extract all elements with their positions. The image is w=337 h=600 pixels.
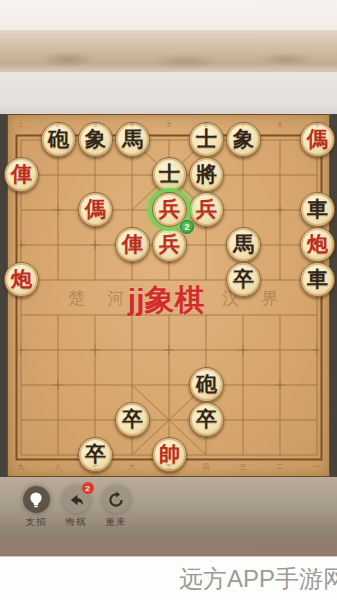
piece-character: 傌 bbox=[85, 192, 106, 227]
piece-character: 兵 bbox=[196, 192, 217, 227]
piece-black-soldier[interactable]: 卒 bbox=[189, 402, 224, 437]
piece-red-horse[interactable]: 傌 bbox=[78, 192, 113, 227]
undo-arrow-icon bbox=[67, 491, 85, 509]
piece-red-cannon[interactable]: 炮 bbox=[300, 227, 335, 262]
piece-red-rook[interactable]: 俥 bbox=[4, 157, 39, 192]
undo-count-badge: 2 bbox=[82, 482, 94, 494]
undo-button[interactable]: 2 悔棋 bbox=[56, 486, 96, 529]
screen: 楚 河 汉 界 jj象棋 砲象馬士象傌俥士將傌兵2兵車俥兵馬炮炮卒車砲卒卒卒帥 … bbox=[0, 0, 337, 600]
toolbar: 支招 2 悔棋 重来 bbox=[0, 477, 337, 556]
file-label-top: 1 bbox=[11, 121, 31, 128]
piece-black-rook[interactable]: 車 bbox=[300, 192, 335, 227]
file-label-bottom: 四 bbox=[196, 462, 216, 472]
piece-character: 俥 bbox=[122, 227, 143, 262]
xiangqi-board[interactable]: 楚 河 汉 界 jj象棋 砲象馬士象傌俥士將傌兵2兵車俥兵馬炮炮卒車砲卒卒卒帥 … bbox=[7, 114, 330, 477]
piece-black-advisor[interactable]: 士 bbox=[152, 157, 187, 192]
file-label-top: 5 bbox=[159, 121, 179, 128]
hint-button[interactable]: 支招 bbox=[16, 486, 56, 529]
piece-character: 馬 bbox=[233, 227, 254, 262]
piece-red-soldier[interactable]: 兵 bbox=[189, 192, 224, 227]
file-label-top: 7 bbox=[233, 121, 253, 128]
footer-strip: 远方APP手游网 bbox=[0, 556, 337, 600]
piece-character: 砲 bbox=[196, 367, 217, 402]
file-label-top: 3 bbox=[85, 121, 105, 128]
piece-black-soldier[interactable]: 卒 bbox=[115, 402, 150, 437]
file-label-bottom: 三 bbox=[233, 462, 253, 472]
top-letterbox bbox=[0, 0, 337, 30]
upper-grey-band bbox=[0, 72, 337, 114]
piece-black-general[interactable]: 將 bbox=[189, 157, 224, 192]
piece-black-cannon[interactable]: 砲 bbox=[189, 367, 224, 402]
piece-character: 車 bbox=[307, 192, 328, 227]
file-label-bottom: 六 bbox=[122, 462, 142, 472]
move-count-badge: 2 bbox=[180, 220, 194, 234]
site-watermark-text: 远方APP手游网 bbox=[179, 563, 337, 595]
piece-character: 車 bbox=[307, 262, 328, 297]
piece-character: 兵 bbox=[159, 192, 180, 227]
piece-black-rook[interactable]: 車 bbox=[300, 262, 335, 297]
piece-character: 卒 bbox=[233, 262, 254, 297]
file-label-top: 6 bbox=[196, 121, 216, 128]
piece-character: 炮 bbox=[11, 262, 32, 297]
file-label-bottom: 九 bbox=[11, 462, 31, 472]
piece-character: 兵 bbox=[159, 227, 180, 262]
restart-button[interactable]: 重来 bbox=[96, 486, 136, 529]
piece-character: 俥 bbox=[11, 157, 32, 192]
blurred-background-band bbox=[0, 30, 337, 72]
hint-label: 支招 bbox=[16, 516, 56, 529]
file-label-top: 4 bbox=[122, 121, 142, 128]
piece-character: 士 bbox=[159, 157, 180, 192]
piece-red-rook[interactable]: 俥 bbox=[115, 227, 150, 262]
piece-red-cannon[interactable]: 炮 bbox=[4, 262, 39, 297]
board-zone: 楚 河 汉 界 jj象棋 砲象馬士象傌俥士將傌兵2兵車俥兵馬炮炮卒車砲卒卒卒帥 … bbox=[0, 114, 337, 477]
piece-red-soldier[interactable]: 兵2 bbox=[152, 192, 187, 227]
piece-black-soldier[interactable]: 卒 bbox=[226, 262, 261, 297]
piece-character: 將 bbox=[196, 157, 217, 192]
file-label-top: 8 bbox=[270, 121, 290, 128]
piece-character: 卒 bbox=[122, 402, 143, 437]
file-label-bottom: 七 bbox=[85, 462, 105, 472]
file-label-bottom: 五 bbox=[159, 462, 179, 472]
file-label-bottom: 一 bbox=[307, 462, 327, 472]
piece-black-horse[interactable]: 馬 bbox=[226, 227, 261, 262]
piece-character: 炮 bbox=[307, 227, 328, 262]
restart-icon bbox=[107, 491, 125, 509]
file-label-bottom: 二 bbox=[270, 462, 290, 472]
file-label-top: 9 bbox=[307, 121, 327, 128]
undo-label: 悔棋 bbox=[56, 516, 96, 529]
file-label-top: 2 bbox=[48, 121, 68, 128]
file-label-bottom: 八 bbox=[48, 462, 68, 472]
pieces-layer: 砲象馬士象傌俥士將傌兵2兵車俥兵馬炮炮卒車砲卒卒卒帥 bbox=[3, 122, 336, 472]
piece-character: 卒 bbox=[196, 402, 217, 437]
lightbulb-icon bbox=[28, 491, 44, 509]
restart-label: 重来 bbox=[96, 516, 136, 529]
